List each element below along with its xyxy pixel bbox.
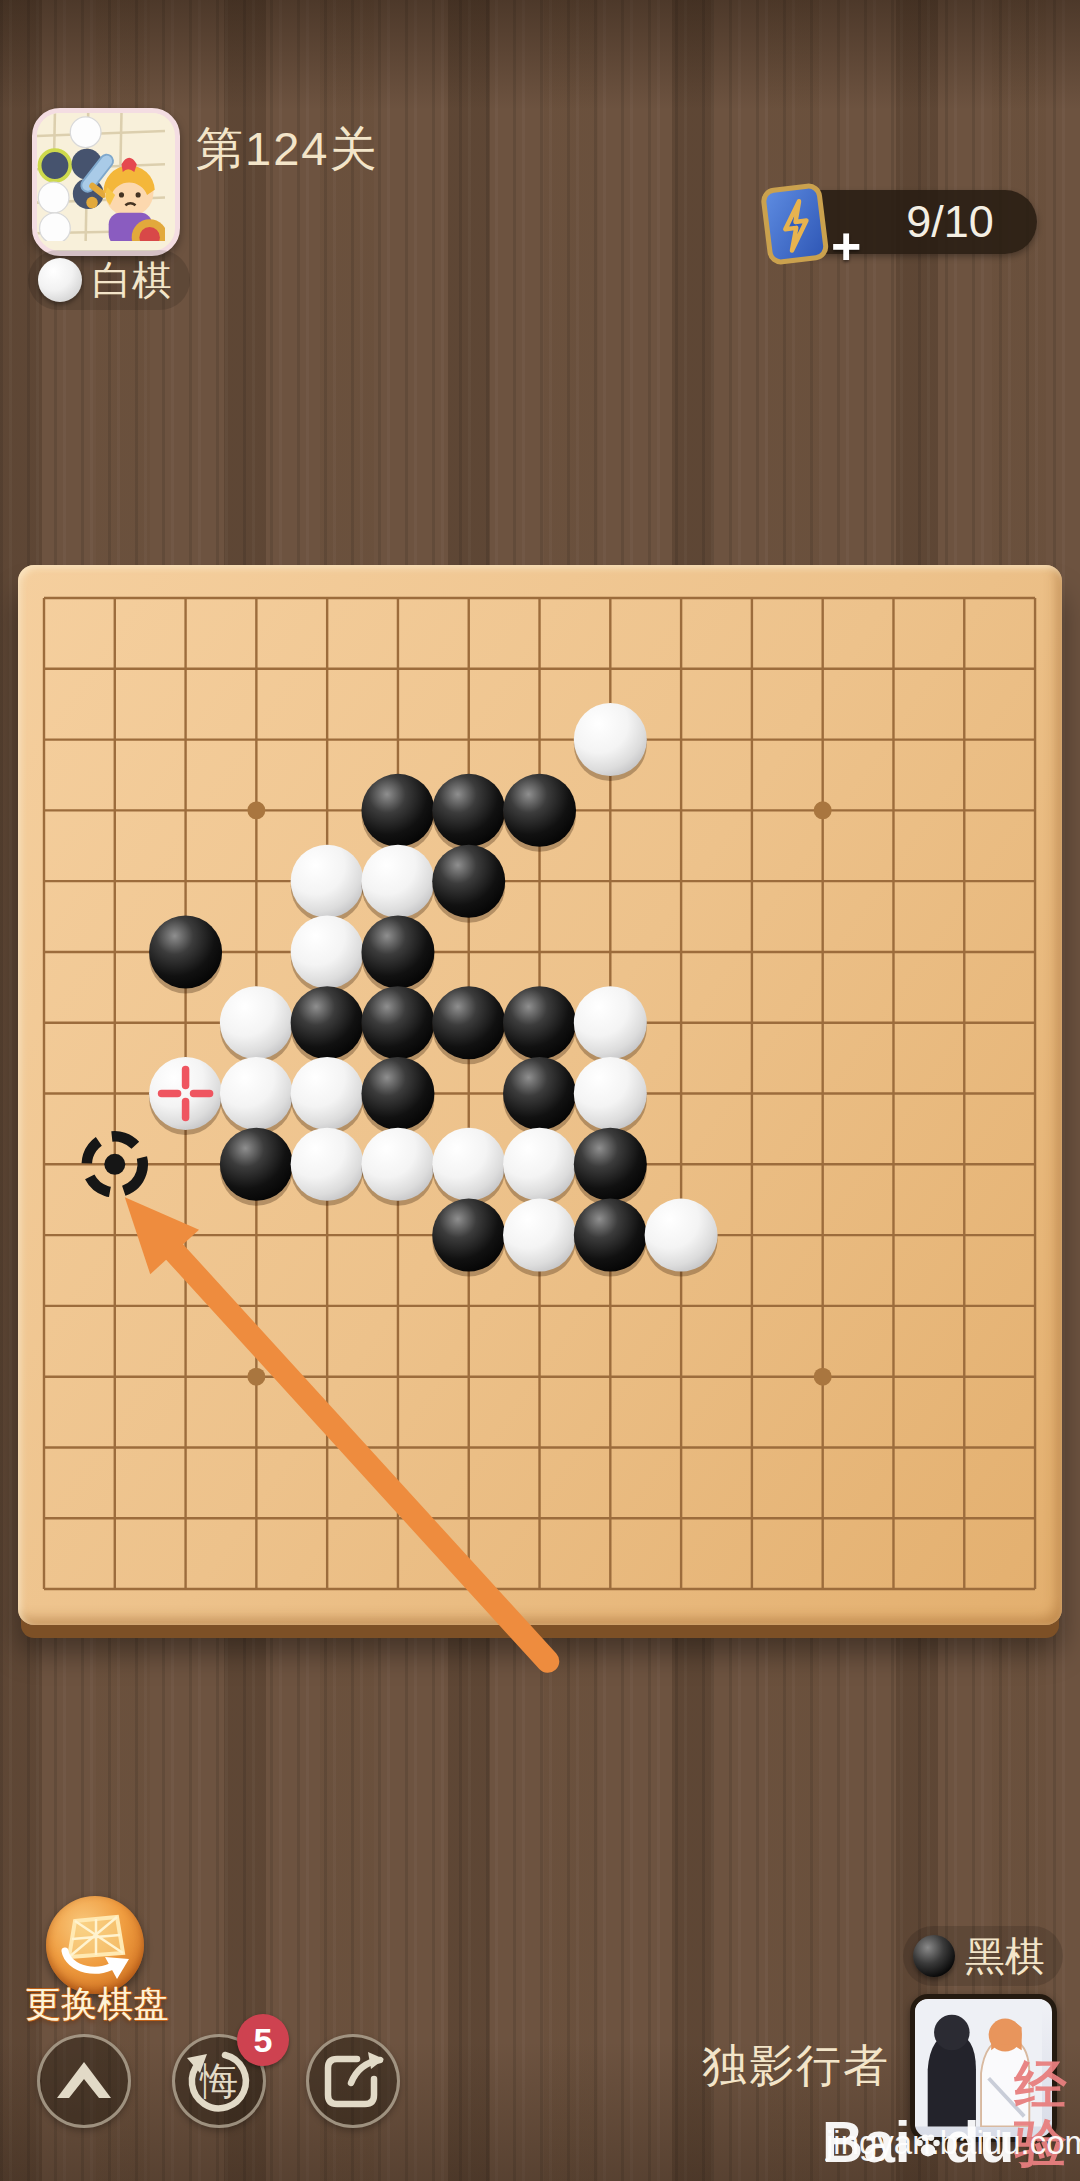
- energy-value: 9/10: [875, 190, 1025, 254]
- white-stone: [220, 986, 293, 1059]
- watermark-url: jingyan.baidu.com: [826, 2124, 1080, 2162]
- black-stone: [503, 1057, 576, 1130]
- black-stone: [503, 774, 576, 847]
- white-stone: [574, 703, 647, 776]
- opponent-side-indicator: 黑棋: [903, 1926, 1063, 1986]
- white-stone: [432, 1128, 505, 1201]
- add-energy-button[interactable]: +: [831, 220, 861, 272]
- white-stone: [574, 986, 647, 1059]
- black-stone: [432, 845, 505, 918]
- opponent-side-label: 黑棋: [965, 1929, 1045, 1984]
- black-stone: [432, 774, 505, 847]
- white-stone: [220, 1057, 293, 1130]
- change-board-label: 更换棋盘: [24, 1980, 170, 2029]
- black-stone: [574, 1199, 647, 1272]
- black-stone: [149, 915, 222, 988]
- gomoku-app-screen: { "game": "Gomoku (五子棋) level puzzle — 1…: [0, 0, 1080, 2181]
- app-icon-art: [37, 113, 165, 241]
- app-icon: [32, 108, 180, 256]
- white-stone: [291, 845, 364, 918]
- black-stone: [432, 986, 505, 1059]
- black-stone: [361, 986, 434, 1059]
- white-stone: [291, 1128, 364, 1201]
- gomoku-board[interactable]: [18, 565, 1062, 1625]
- white-stone: [503, 1199, 576, 1272]
- black-stone-icon: [913, 1935, 955, 1977]
- white-stone: [361, 845, 434, 918]
- suggested-move-target[interactable]: [79, 1128, 151, 1200]
- share-icon: [309, 2037, 397, 2125]
- collapse-button[interactable]: [37, 2034, 131, 2128]
- black-stone: [291, 986, 364, 1059]
- black-stone: [361, 1057, 434, 1130]
- white-stone: [291, 915, 364, 988]
- white-stone: [361, 1128, 434, 1201]
- black-stone: [574, 1128, 647, 1201]
- level-title: 第124关: [196, 118, 378, 181]
- black-stone: [432, 1199, 505, 1272]
- player-side-label: 白棋: [92, 253, 172, 308]
- share-button[interactable]: [306, 2034, 400, 2128]
- board-grid-and-stones: [18, 565, 1062, 1625]
- black-stone: [361, 774, 434, 847]
- black-stone: [503, 986, 576, 1059]
- chevron-up-icon: [40, 2037, 128, 2125]
- black-stone: [220, 1128, 293, 1201]
- energy-counter[interactable]: + 9/10: [783, 190, 1037, 254]
- white-stone: [503, 1128, 576, 1201]
- white-stone: [645, 1199, 718, 1272]
- player-side-indicator: 白棋: [28, 250, 190, 310]
- white-stone: [574, 1057, 647, 1130]
- white-stone-icon: [38, 258, 82, 302]
- white-stone: [291, 1057, 364, 1130]
- undo-count-badge: 5: [237, 2014, 289, 2066]
- black-stone: [361, 915, 434, 988]
